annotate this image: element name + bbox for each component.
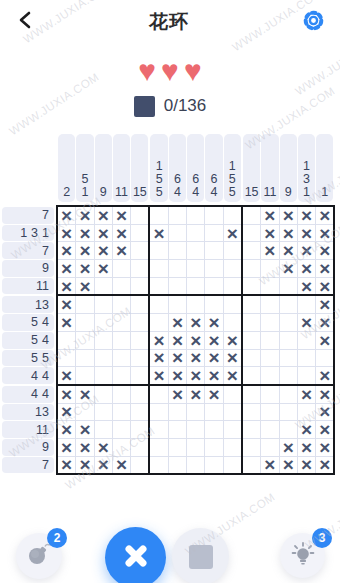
cell-r13c1[interactable]: × <box>58 421 75 438</box>
cell-r14c2[interactable]: × <box>76 439 93 456</box>
cell-r6c6[interactable] <box>150 296 167 313</box>
cell-r10c13[interactable] <box>280 367 297 384</box>
cell-r9c8[interactable]: × <box>187 350 204 367</box>
cell-r13c8[interactable] <box>187 421 204 438</box>
cell-r1c7[interactable] <box>169 207 186 224</box>
cell-r5c3[interactable] <box>95 278 112 295</box>
grid-block: ×××××××××××× <box>243 386 333 473</box>
cell-r7c7[interactable]: × <box>169 314 186 331</box>
cell-r1c10[interactable] <box>224 207 241 224</box>
lightbulb-icon <box>289 540 317 572</box>
cell-r10c6[interactable]: × <box>150 367 167 384</box>
cell-r14c1[interactable]: × <box>58 439 75 456</box>
cell-r8c3[interactable] <box>95 332 112 349</box>
cell-r2c9[interactable] <box>205 225 222 242</box>
cell-r9c7[interactable]: × <box>169 350 186 367</box>
cell-r1c11[interactable] <box>243 207 260 224</box>
row-clue-10: 44 <box>2 367 54 384</box>
heart-icon: ♥ <box>161 56 179 88</box>
cell-r14c14[interactable]: × <box>298 439 315 456</box>
cell-r15c11[interactable] <box>243 457 260 474</box>
cell-r9c9[interactable]: × <box>205 350 222 367</box>
cell-r9c2[interactable] <box>76 350 93 367</box>
col-clue-6: 155 <box>150 134 167 202</box>
cell-r13c10[interactable] <box>224 421 241 438</box>
nonogram-board: 25191115155646464155151191311 7131791113… <box>2 134 340 475</box>
cell-r4c3[interactable]: × <box>95 260 112 277</box>
cell-r13c2[interactable]: × <box>76 421 93 438</box>
cell-r2c15[interactable]: × <box>316 225 333 242</box>
cell-r2c4[interactable]: × <box>113 225 130 242</box>
cell-r9c1[interactable] <box>58 350 75 367</box>
lives-hearts: ♥♥♥ <box>0 56 340 88</box>
cell-r10c8[interactable]: × <box>187 367 204 384</box>
cell-r13c4[interactable] <box>113 421 130 438</box>
row-clue-11: 44 <box>2 386 54 403</box>
cell-r3c10[interactable] <box>224 242 241 259</box>
cell-r6c12[interactable] <box>261 296 278 313</box>
cell-r12c4[interactable] <box>113 404 130 421</box>
grid: ××××××××××××××××××××××××××××××××××××××××… <box>56 205 335 475</box>
cell-r9c12[interactable] <box>261 350 278 367</box>
col-clue-12: 11 <box>261 134 278 202</box>
cell-r11c1[interactable]: × <box>58 386 75 403</box>
col-clue-15: 1 <box>316 134 333 202</box>
cell-r1c9[interactable] <box>205 207 222 224</box>
cell-r15c7[interactable] <box>169 457 186 474</box>
cell-r7c11[interactable] <box>243 314 260 331</box>
grid-block: ××××× <box>243 296 333 383</box>
cell-r1c13[interactable]: × <box>280 207 297 224</box>
cell-r3c15[interactable]: × <box>316 242 333 259</box>
cell-r8c4[interactable] <box>113 332 130 349</box>
cell-r1c2[interactable]: × <box>76 207 93 224</box>
cell-r5c4[interactable] <box>113 278 130 295</box>
cell-r10c2[interactable] <box>76 367 93 384</box>
cell-r2c5[interactable] <box>131 225 148 242</box>
cell-r3c9[interactable] <box>205 242 222 259</box>
heart-icon: ♥ <box>184 56 202 88</box>
cell-r15c12[interactable]: × <box>261 457 278 474</box>
row-clue-14: 9 <box>2 439 54 456</box>
row-clue-7: 54 <box>2 314 54 331</box>
cell-r6c15[interactable]: × <box>316 296 333 313</box>
cell-r1c1[interactable]: × <box>58 207 75 224</box>
cell-r15c1[interactable]: × <box>58 457 75 474</box>
cell-r7c2[interactable] <box>76 314 93 331</box>
cell-r8c15[interactable]: × <box>316 332 333 349</box>
progress-label: 0/136 <box>164 96 207 116</box>
cell-r4c4[interactable] <box>113 260 130 277</box>
grid-block: ×××××××××××× <box>58 386 148 473</box>
cell-r1c14[interactable]: × <box>298 207 315 224</box>
cell-r6c4[interactable] <box>113 296 130 313</box>
cell-r5c13[interactable] <box>280 278 297 295</box>
chevron-left-icon <box>15 9 37 35</box>
cell-r11c5[interactable] <box>131 386 148 403</box>
cell-r9c11[interactable] <box>243 350 260 367</box>
row-clue-6: 13 <box>2 296 54 313</box>
cell-r12c12[interactable] <box>261 404 278 421</box>
cell-r12c15[interactable]: × <box>316 404 333 421</box>
cell-r15c4[interactable]: × <box>113 457 130 474</box>
progress-row: 0/136 <box>0 94 340 118</box>
cell-r7c6[interactable] <box>150 314 167 331</box>
cell-r7c4[interactable] <box>113 314 130 331</box>
cell-r9c4[interactable] <box>113 350 130 367</box>
nonogram-app: 花环 ♥♥♥ 0/136 251911151556464641551511913… <box>0 0 340 583</box>
cell-r2c1[interactable]: × <box>58 225 75 242</box>
cell-r5c7[interactable] <box>169 278 186 295</box>
cell-r11c12[interactable] <box>261 386 278 403</box>
cell-r15c15[interactable]: × <box>316 457 333 474</box>
grid-block: ×× <box>150 207 240 294</box>
cell-r8c8[interactable]: × <box>187 332 204 349</box>
cross-icon <box>121 541 151 575</box>
cell-r1c8[interactable] <box>187 207 204 224</box>
cell-r7c3[interactable] <box>95 314 112 331</box>
back-button[interactable] <box>13 9 39 35</box>
cell-r15c8[interactable] <box>187 457 204 474</box>
cell-r13c5[interactable] <box>131 421 148 438</box>
cell-r8c14[interactable] <box>298 332 315 349</box>
cell-r5c10[interactable] <box>224 278 241 295</box>
cell-r7c15[interactable]: × <box>316 314 333 331</box>
cell-r15c3[interactable]: × <box>95 457 112 474</box>
cell-r7c9[interactable]: × <box>205 314 222 331</box>
cross-tool-button[interactable] <box>105 527 166 583</box>
cell-r12c8[interactable] <box>187 404 204 421</box>
cell-r3c5[interactable] <box>131 242 148 259</box>
cell-r12c7[interactable] <box>169 404 186 421</box>
cell-r14c10[interactable] <box>224 439 241 456</box>
cell-r6c2[interactable] <box>76 296 93 313</box>
cell-r2c8[interactable] <box>187 225 204 242</box>
cell-r10c4[interactable] <box>113 367 130 384</box>
cell-r7c5[interactable] <box>131 314 148 331</box>
progress-swatch <box>134 96 155 117</box>
cell-r13c11[interactable] <box>243 421 260 438</box>
cell-r6c8[interactable] <box>187 296 204 313</box>
cell-r13c13[interactable] <box>280 421 297 438</box>
cell-r9c3[interactable] <box>95 350 112 367</box>
cell-r14c13[interactable]: × <box>280 439 297 456</box>
cell-r6c9[interactable] <box>205 296 222 313</box>
cell-r8c10[interactable]: × <box>224 332 241 349</box>
cell-r2c14[interactable]: × <box>298 225 315 242</box>
row-clue-5: 11 <box>2 278 54 295</box>
cell-r2c11[interactable] <box>243 225 260 242</box>
cell-r3c3[interactable]: × <box>95 242 112 259</box>
cell-r14c9[interactable] <box>205 439 222 456</box>
cell-r7c10[interactable] <box>224 314 241 331</box>
header: 花环 <box>0 0 340 44</box>
cell-r4c15[interactable]: × <box>316 260 333 277</box>
cell-r7c13[interactable] <box>280 314 297 331</box>
cell-r8c13[interactable] <box>280 332 297 349</box>
cell-r2c6[interactable]: × <box>150 225 167 242</box>
cell-r4c5[interactable] <box>131 260 148 277</box>
cell-r10c15[interactable]: × <box>316 367 333 384</box>
cell-r3c2[interactable]: × <box>76 242 93 259</box>
cell-r15c5[interactable] <box>131 457 148 474</box>
col-clue-3: 9 <box>95 134 112 202</box>
cell-r4c9[interactable] <box>205 260 222 277</box>
row-clue-4: 9 <box>2 260 54 277</box>
cell-r4c10[interactable] <box>224 260 241 277</box>
cell-r8c2[interactable] <box>76 332 93 349</box>
cell-r4c11[interactable] <box>243 260 260 277</box>
grid-block: ××××××××××××××××× <box>243 207 333 294</box>
row-clue-15: 7 <box>2 457 54 474</box>
cell-r11c2[interactable]: × <box>76 386 93 403</box>
cell-r12c3[interactable] <box>95 404 112 421</box>
row-clue-3: 7 <box>2 242 54 259</box>
row-clue-9: 55 <box>2 350 54 367</box>
cell-r12c5[interactable] <box>131 404 148 421</box>
cell-r1c5[interactable] <box>131 207 148 224</box>
cell-r2c12[interactable]: × <box>261 225 278 242</box>
cell-r10c12[interactable] <box>261 367 278 384</box>
cell-r3c7[interactable] <box>169 242 186 259</box>
cell-r11c9[interactable]: × <box>205 386 222 403</box>
cell-r10c5[interactable] <box>131 367 148 384</box>
col-clue-2: 51 <box>76 134 93 202</box>
cell-r14c11[interactable] <box>243 439 260 456</box>
cell-r11c15[interactable]: × <box>316 386 333 403</box>
col-clue-5: 15 <box>131 134 148 202</box>
cell-r6c5[interactable] <box>131 296 148 313</box>
cell-r15c6[interactable] <box>150 457 167 474</box>
cell-r13c7[interactable] <box>169 421 186 438</box>
cell-r1c12[interactable]: × <box>261 207 278 224</box>
fill-tool-button[interactable] <box>172 528 229 583</box>
cell-r10c9[interactable]: × <box>205 367 222 384</box>
row-clue-1: 7 <box>2 207 54 224</box>
cell-r13c3[interactable] <box>95 421 112 438</box>
cell-r4c12[interactable] <box>261 260 278 277</box>
cell-r3c6[interactable] <box>150 242 167 259</box>
cell-r2c2[interactable]: × <box>76 225 93 242</box>
grid-block: ×××××××××××××××××× <box>150 296 240 383</box>
cell-r12c13[interactable] <box>280 404 297 421</box>
settings-button[interactable] <box>299 8 327 36</box>
cell-r11c4[interactable] <box>113 386 130 403</box>
bomb-count-badge: 2 <box>47 528 67 548</box>
cell-r9c14[interactable] <box>298 350 315 367</box>
cell-r14c12[interactable] <box>261 439 278 456</box>
cell-r5c8[interactable] <box>187 278 204 295</box>
cell-r11c7[interactable]: × <box>169 386 186 403</box>
cell-r11c11[interactable] <box>243 386 260 403</box>
cell-r2c3[interactable]: × <box>95 225 112 242</box>
cell-r4c13[interactable]: × <box>280 260 297 277</box>
cell-r7c12[interactable] <box>261 314 278 331</box>
cell-r11c13[interactable] <box>280 386 297 403</box>
cell-r8c5[interactable] <box>131 332 148 349</box>
cell-r4c8[interactable] <box>187 260 204 277</box>
cell-r12c11[interactable] <box>243 404 260 421</box>
cell-r3c8[interactable] <box>187 242 204 259</box>
cell-r14c4[interactable] <box>113 439 130 456</box>
cell-r9c13[interactable] <box>280 350 297 367</box>
cell-r5c11[interactable] <box>243 278 260 295</box>
cell-r1c6[interactable] <box>150 207 167 224</box>
cell-r12c6[interactable] <box>150 404 167 421</box>
cell-r14c6[interactable] <box>150 439 167 456</box>
page-title: 花环 <box>149 9 189 35</box>
row-clue-13: 11 <box>2 421 54 438</box>
cell-r14c8[interactable] <box>187 439 204 456</box>
cell-r12c9[interactable] <box>205 404 222 421</box>
cell-r3c12[interactable]: × <box>261 242 278 259</box>
col-clue-9: 64 <box>205 134 222 202</box>
cell-r5c2[interactable]: × <box>76 278 93 295</box>
cell-r5c5[interactable] <box>131 278 148 295</box>
gear-icon <box>300 7 327 38</box>
cell-r6c10[interactable] <box>224 296 241 313</box>
fill-square-icon <box>189 545 213 569</box>
cell-r3c13[interactable]: × <box>280 242 297 259</box>
cell-r13c12[interactable] <box>261 421 278 438</box>
cell-r8c7[interactable]: × <box>169 332 186 349</box>
cell-r9c6[interactable]: × <box>150 350 167 367</box>
cell-r9c15[interactable] <box>316 350 333 367</box>
cell-r10c3[interactable] <box>95 367 112 384</box>
heart-icon: ♥ <box>138 56 156 88</box>
cell-r9c5[interactable] <box>131 350 148 367</box>
hint-count-badge: 3 <box>312 528 332 548</box>
col-clue-11: 15 <box>243 134 260 202</box>
col-clue-7: 64 <box>169 134 186 202</box>
cell-r6c13[interactable] <box>280 296 297 313</box>
cell-r15c14[interactable]: × <box>298 457 315 474</box>
cell-r10c1[interactable]: × <box>58 367 75 384</box>
cell-r4c14[interactable]: × <box>298 260 315 277</box>
cell-r8c11[interactable] <box>243 332 260 349</box>
cell-r2c13[interactable]: × <box>280 225 297 242</box>
cell-r14c15[interactable]: × <box>316 439 333 456</box>
cell-r13c15[interactable]: × <box>316 421 333 438</box>
col-clues: 25191115155646464155151191311 <box>56 134 340 202</box>
col-clue-10: 155 <box>224 134 241 202</box>
cell-r11c10[interactable] <box>224 386 241 403</box>
cell-r12c1[interactable]: × <box>58 404 75 421</box>
cell-r9c10[interactable]: × <box>224 350 241 367</box>
col-clue-8: 64 <box>187 134 204 202</box>
cell-r3c14[interactable]: × <box>298 242 315 259</box>
cell-r3c4[interactable]: × <box>113 242 130 259</box>
cell-r6c14[interactable] <box>298 296 315 313</box>
cell-r15c9[interactable] <box>205 457 222 474</box>
cell-r12c10[interactable] <box>224 404 241 421</box>
row-clue-8: 54 <box>2 332 54 349</box>
grid-block: ××××××××××××××××× <box>58 207 148 294</box>
cell-r5c6[interactable] <box>150 278 167 295</box>
cell-r15c2[interactable]: × <box>76 457 93 474</box>
cell-r13c9[interactable] <box>205 421 222 438</box>
cell-r7c14[interactable]: × <box>298 314 315 331</box>
cell-r1c15[interactable]: × <box>316 207 333 224</box>
col-clue-4: 11 <box>113 134 130 202</box>
cell-r5c14[interactable]: × <box>298 278 315 295</box>
col-clue-1: 2 <box>58 134 75 202</box>
row-clue-2: 131 <box>2 225 54 242</box>
cell-r11c3[interactable] <box>95 386 112 403</box>
cell-r3c1[interactable]: × <box>58 242 75 259</box>
cell-r2c7[interactable] <box>169 225 186 242</box>
cell-r6c11[interactable] <box>243 296 260 313</box>
cell-r12c2[interactable] <box>76 404 93 421</box>
cell-r13c6[interactable] <box>150 421 167 438</box>
cell-r5c15[interactable]: × <box>316 278 333 295</box>
cell-r3c11[interactable] <box>243 242 260 259</box>
row-clues: 71317911135454554444131197 <box>2 205 54 475</box>
grid-block: ××× <box>58 296 148 383</box>
cell-r8c1[interactable] <box>58 332 75 349</box>
cell-r6c3[interactable] <box>95 296 112 313</box>
board-main: 71317911135454554444131197 ×××××××××××××… <box>2 205 340 475</box>
cell-r5c1[interactable]: × <box>58 278 75 295</box>
cell-r5c12[interactable] <box>261 278 278 295</box>
cell-r4c2[interactable]: × <box>76 260 93 277</box>
cell-r11c14[interactable]: × <box>298 386 315 403</box>
cell-r11c8[interactable]: × <box>187 386 204 403</box>
cell-r14c3[interactable]: × <box>95 439 112 456</box>
cell-r8c9[interactable]: × <box>205 332 222 349</box>
cell-r2c10[interactable]: × <box>224 225 241 242</box>
cell-r4c6[interactable] <box>150 260 167 277</box>
cell-r7c1[interactable]: × <box>58 314 75 331</box>
cell-r15c10[interactable] <box>224 457 241 474</box>
row-clue-12: 13 <box>2 404 54 421</box>
cell-r4c1[interactable]: × <box>58 260 75 277</box>
cell-r6c7[interactable] <box>169 296 186 313</box>
cell-r6c1[interactable]: × <box>58 296 75 313</box>
col-clue-14: 131 <box>298 134 315 202</box>
cell-r14c5[interactable] <box>131 439 148 456</box>
cell-r10c11[interactable] <box>243 367 260 384</box>
grid-block: ××× <box>150 386 240 473</box>
cell-r14c7[interactable] <box>169 439 186 456</box>
cell-r1c3[interactable]: × <box>95 207 112 224</box>
cell-r8c12[interactable] <box>261 332 278 349</box>
cell-r12c14[interactable] <box>298 404 315 421</box>
cell-r7c8[interactable]: × <box>187 314 204 331</box>
cell-r4c7[interactable] <box>169 260 186 277</box>
cell-r5c9[interactable] <box>205 278 222 295</box>
col-clue-13: 9 <box>280 134 297 202</box>
cell-r1c4[interactable]: × <box>113 207 130 224</box>
cell-r8c6[interactable]: × <box>150 332 167 349</box>
cell-r15c13[interactable]: × <box>280 457 297 474</box>
cell-r10c14[interactable] <box>298 367 315 384</box>
cell-r10c10[interactable]: × <box>224 367 241 384</box>
cell-r11c6[interactable] <box>150 386 167 403</box>
cell-r10c7[interactable]: × <box>169 367 186 384</box>
cell-r13c14[interactable]: × <box>298 421 315 438</box>
